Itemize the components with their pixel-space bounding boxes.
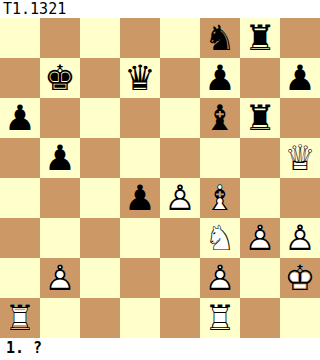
square-h7[interactable]: ♟ xyxy=(280,58,320,98)
square-d3[interactable] xyxy=(120,218,160,258)
piece-glyph-fill: ♜ xyxy=(240,98,280,138)
piece-glyph-outline: ♘ xyxy=(200,218,240,258)
piece-glyph-fill: ♟ xyxy=(0,98,40,138)
square-b3[interactable] xyxy=(40,218,80,258)
square-g6[interactable]: ♜ xyxy=(240,98,280,138)
chess-board: ♞♜♚♛♟♟♟♝♜♟♛♕♟♟♙♝♗♞♘♟♙♟♙♟♙♟♙♚♔♜♖♜♖ xyxy=(0,18,320,338)
black-pawn[interactable]: ♟ xyxy=(0,98,40,138)
square-a1[interactable]: ♜♖ xyxy=(0,298,40,338)
square-e6[interactable] xyxy=(160,98,200,138)
square-f7[interactable]: ♟ xyxy=(200,58,240,98)
square-f6[interactable]: ♝ xyxy=(200,98,240,138)
white-rook[interactable]: ♜♖ xyxy=(0,298,40,338)
square-d5[interactable] xyxy=(120,138,160,178)
square-c3[interactable] xyxy=(80,218,120,258)
square-h5[interactable]: ♛♕ xyxy=(280,138,320,178)
black-bishop[interactable]: ♝ xyxy=(200,98,240,138)
white-knight[interactable]: ♞♘ xyxy=(200,218,240,258)
square-f8[interactable]: ♞ xyxy=(200,18,240,58)
piece-glyph-fill: ♟ xyxy=(200,58,240,98)
square-b6[interactable] xyxy=(40,98,80,138)
square-h6[interactable] xyxy=(280,98,320,138)
square-c6[interactable] xyxy=(80,98,120,138)
square-a7[interactable] xyxy=(0,58,40,98)
white-queen[interactable]: ♛♕ xyxy=(280,138,320,178)
square-d4[interactable]: ♟ xyxy=(120,178,160,218)
piece-glyph-outline: ♖ xyxy=(0,298,40,338)
square-g3[interactable]: ♟♙ xyxy=(240,218,280,258)
black-pawn[interactable]: ♟ xyxy=(280,58,320,98)
square-f4[interactable]: ♝♗ xyxy=(200,178,240,218)
piece-glyph-fill: ♜ xyxy=(240,18,280,58)
square-h4[interactable] xyxy=(280,178,320,218)
white-rook[interactable]: ♜♖ xyxy=(200,298,240,338)
square-e5[interactable] xyxy=(160,138,200,178)
square-d2[interactable] xyxy=(120,258,160,298)
square-c4[interactable] xyxy=(80,178,120,218)
piece-glyph-outline: ♔ xyxy=(280,258,320,298)
square-a8[interactable] xyxy=(0,18,40,58)
square-f5[interactable] xyxy=(200,138,240,178)
square-e4[interactable]: ♟♙ xyxy=(160,178,200,218)
square-d6[interactable] xyxy=(120,98,160,138)
square-h8[interactable] xyxy=(280,18,320,58)
square-e7[interactable] xyxy=(160,58,200,98)
square-e3[interactable] xyxy=(160,218,200,258)
piece-glyph-fill: ♞ xyxy=(200,18,240,58)
square-b7[interactable]: ♚ xyxy=(40,58,80,98)
piece-glyph-outline: ♙ xyxy=(40,258,80,298)
square-c7[interactable] xyxy=(80,58,120,98)
square-g7[interactable] xyxy=(240,58,280,98)
square-h3[interactable]: ♟♙ xyxy=(280,218,320,258)
move-prompt: 1. ? xyxy=(0,338,320,360)
white-pawn[interactable]: ♟♙ xyxy=(40,258,80,298)
black-pawn[interactable]: ♟ xyxy=(200,58,240,98)
square-a5[interactable] xyxy=(0,138,40,178)
white-bishop[interactable]: ♝♗ xyxy=(200,178,240,218)
square-b5[interactable]: ♟ xyxy=(40,138,80,178)
page-title: T1.1321 xyxy=(0,0,320,18)
white-pawn[interactable]: ♟♙ xyxy=(160,178,200,218)
piece-glyph-fill: ♝ xyxy=(200,98,240,138)
piece-glyph-outline: ♙ xyxy=(280,218,320,258)
square-b4[interactable] xyxy=(40,178,80,218)
piece-glyph-outline: ♕ xyxy=(280,138,320,178)
square-e8[interactable] xyxy=(160,18,200,58)
square-f3[interactable]: ♞♘ xyxy=(200,218,240,258)
square-d7[interactable]: ♛ xyxy=(120,58,160,98)
black-pawn[interactable]: ♟ xyxy=(40,138,80,178)
black-king[interactable]: ♚ xyxy=(40,58,80,98)
white-pawn[interactable]: ♟♙ xyxy=(280,218,320,258)
piece-glyph-outline: ♗ xyxy=(200,178,240,218)
square-b2[interactable]: ♟♙ xyxy=(40,258,80,298)
piece-glyph-outline: ♙ xyxy=(200,258,240,298)
square-c2[interactable] xyxy=(80,258,120,298)
square-b1[interactable] xyxy=(40,298,80,338)
square-g2[interactable] xyxy=(240,258,280,298)
piece-glyph-fill: ♟ xyxy=(120,178,160,218)
piece-glyph-outline: ♙ xyxy=(240,218,280,258)
black-queen[interactable]: ♛ xyxy=(120,58,160,98)
white-pawn[interactable]: ♟♙ xyxy=(200,258,240,298)
square-a6[interactable]: ♟ xyxy=(0,98,40,138)
piece-glyph-fill: ♟ xyxy=(280,58,320,98)
black-rook[interactable]: ♜ xyxy=(240,18,280,58)
square-a4[interactable] xyxy=(0,178,40,218)
black-pawn[interactable]: ♟ xyxy=(120,178,160,218)
white-pawn[interactable]: ♟♙ xyxy=(240,218,280,258)
square-c1[interactable] xyxy=(80,298,120,338)
piece-glyph-outline: ♖ xyxy=(200,298,240,338)
square-f2[interactable]: ♟♙ xyxy=(200,258,240,298)
square-e2[interactable] xyxy=(160,258,200,298)
square-g8[interactable]: ♜ xyxy=(240,18,280,58)
square-h1[interactable] xyxy=(280,298,320,338)
square-g1[interactable] xyxy=(240,298,280,338)
square-c5[interactable] xyxy=(80,138,120,178)
chess-puzzle-page: T1.1321 ♞♜♚♛♟♟♟♝♜♟♛♕♟♟♙♝♗♞♘♟♙♟♙♟♙♟♙♚♔♜♖♜… xyxy=(0,0,320,360)
square-c8[interactable] xyxy=(80,18,120,58)
white-king[interactable]: ♚♔ xyxy=(280,258,320,298)
square-h2[interactable]: ♚♔ xyxy=(280,258,320,298)
square-d1[interactable] xyxy=(120,298,160,338)
square-e1[interactable] xyxy=(160,298,200,338)
black-rook[interactable]: ♜ xyxy=(240,98,280,138)
piece-glyph-fill: ♚ xyxy=(40,58,80,98)
piece-glyph-fill: ♟ xyxy=(40,138,80,178)
square-b8[interactable] xyxy=(40,18,80,58)
square-f1[interactable]: ♜♖ xyxy=(200,298,240,338)
square-d8[interactable] xyxy=(120,18,160,58)
piece-glyph-outline: ♙ xyxy=(160,178,200,218)
piece-glyph-fill: ♛ xyxy=(120,58,160,98)
black-knight[interactable]: ♞ xyxy=(200,18,240,58)
square-a3[interactable] xyxy=(0,218,40,258)
square-a2[interactable] xyxy=(0,258,40,298)
square-g4[interactable] xyxy=(240,178,280,218)
square-g5[interactable] xyxy=(240,138,280,178)
